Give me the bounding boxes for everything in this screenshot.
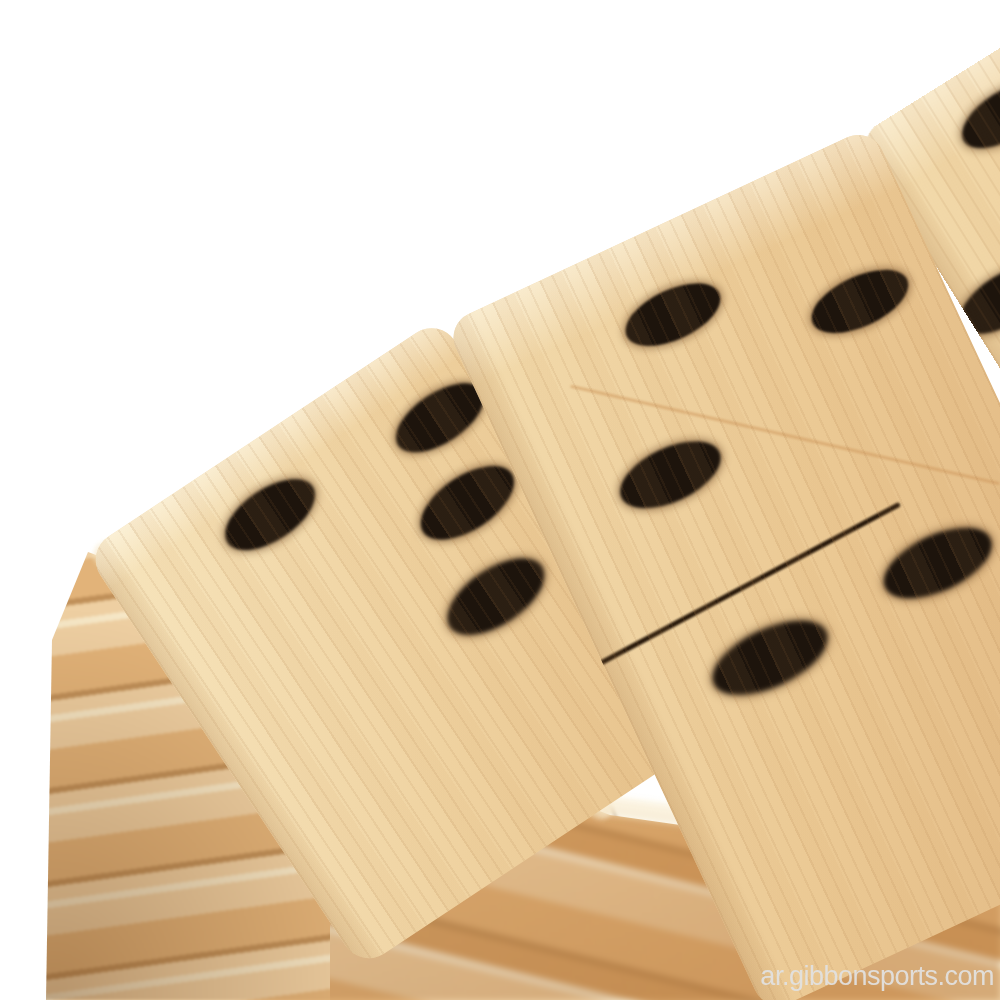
photo-canvas: ar.gibbonsports.com: [0, 0, 1000, 1000]
pip: [408, 451, 526, 555]
pip: [873, 513, 1000, 613]
pip: [951, 69, 1000, 162]
watermark-text: ar.gibbonsports.com: [760, 961, 994, 992]
pip: [616, 270, 730, 358]
pip: [610, 427, 731, 522]
pip: [702, 605, 839, 710]
pip: [435, 543, 558, 650]
pip: [213, 465, 327, 565]
pip: [802, 257, 917, 346]
